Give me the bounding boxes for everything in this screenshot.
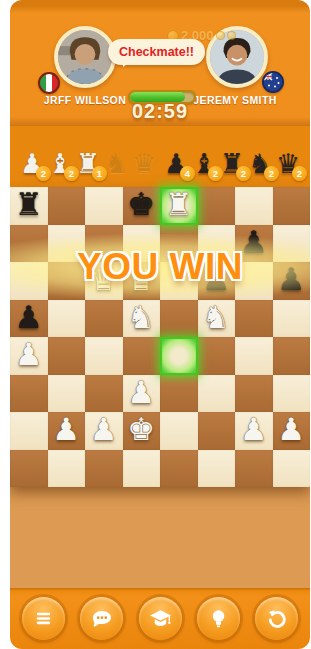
menu-button[interactable] (22, 597, 65, 640)
white-pawn: ♟ (15, 339, 43, 370)
white-rook: ♜ (165, 189, 193, 220)
square-c3[interactable] (85, 375, 123, 413)
white-pawn: ♟ (240, 414, 268, 445)
white-pawn: ♟ (277, 414, 305, 445)
australia-flag (262, 71, 284, 93)
black-king: ♚ (127, 189, 155, 220)
square-b6[interactable] (48, 262, 86, 300)
square-d8[interactable]: ♚ (123, 187, 161, 225)
square-f6[interactable]: ♟ (198, 262, 236, 300)
square-a2[interactable] (10, 412, 48, 450)
square-a5[interactable]: ♟ (10, 300, 48, 338)
captured-slot-black-queen: ♛2 (274, 140, 302, 178)
square-f1[interactable] (198, 450, 236, 488)
captured-slot-white-pawn: ♟2 (18, 140, 46, 178)
bottom-toolbar (10, 588, 310, 649)
square-e8[interactable]: ♜ (160, 187, 198, 225)
square-c2[interactable]: ♟ (85, 412, 123, 450)
black-rook: ♜ (15, 189, 43, 220)
hint-button[interactable] (197, 597, 240, 640)
white-knight: ♞ (202, 302, 230, 333)
square-b8[interactable] (48, 187, 86, 225)
square-g3[interactable] (235, 375, 273, 413)
square-b5[interactable] (48, 300, 86, 338)
square-h2[interactable]: ♟ (273, 412, 311, 450)
square-e3[interactable] (160, 375, 198, 413)
captured-slot-black-knight: ♞2 (246, 140, 274, 178)
square-c7[interactable] (85, 225, 123, 263)
square-a7[interactable] (10, 225, 48, 263)
coin-icon (216, 31, 225, 40)
captured-slot-white-bishop: ♝2 (46, 140, 74, 178)
square-g1[interactable] (235, 450, 273, 488)
white-pawn: ♟ (52, 414, 80, 445)
square-b3[interactable] (48, 375, 86, 413)
ghost-white-knight-icon: ♞ (104, 151, 128, 178)
square-g2[interactable]: ♟ (235, 412, 273, 450)
square-b4[interactable] (48, 337, 86, 375)
board-area: ♜♚♜♟♛♛♟♟♟♞♞♟♟♟♟♚♟♟ YOU WIN (10, 187, 310, 487)
coin-icon (227, 31, 236, 40)
captured-pieces-row: ♟2♝2♜1♞♛ ♟4♝2♜2♞2♛2 (10, 126, 310, 187)
square-g8[interactable] (235, 187, 273, 225)
square-b1[interactable] (48, 450, 86, 488)
square-b2[interactable]: ♟ (48, 412, 86, 450)
undo-button[interactable] (255, 597, 298, 640)
square-e1[interactable] (160, 450, 198, 488)
white-pawn: ♟ (90, 414, 118, 445)
chat-bubble-icon (90, 607, 114, 631)
italy-flag (38, 72, 60, 94)
square-h3[interactable] (273, 375, 311, 413)
square-h8[interactable] (273, 187, 311, 225)
ghost-white-queen-icon: ♛ (132, 151, 156, 178)
square-c5[interactable] (85, 300, 123, 338)
square-a4[interactable]: ♟ (10, 337, 48, 375)
captured-slot-white-rook: ♜1 (74, 140, 102, 178)
square-e5[interactable] (160, 300, 198, 338)
square-d7[interactable] (123, 225, 161, 263)
square-f2[interactable] (198, 412, 236, 450)
square-a8[interactable]: ♜ (10, 187, 48, 225)
square-g6[interactable] (235, 262, 273, 300)
square-e4[interactable] (160, 337, 198, 375)
timer-text: 02:59 (10, 100, 310, 123)
graduation-cap-icon (148, 606, 173, 631)
captured-slot-black-pawn: ♟4 (162, 140, 190, 178)
square-d2[interactable]: ♚ (123, 412, 161, 450)
black-pawn: ♟ (202, 264, 230, 295)
square-d3[interactable]: ♟ (123, 375, 161, 413)
square-g7[interactable]: ♟ (235, 225, 273, 263)
captured-slot-white-queen: ♛ (130, 140, 158, 178)
square-g5[interactable] (235, 300, 273, 338)
square-a3[interactable] (10, 375, 48, 413)
square-c1[interactable] (85, 450, 123, 488)
square-d6[interactable]: ♛ (123, 262, 161, 300)
square-c8[interactable] (85, 187, 123, 225)
square-d1[interactable] (123, 450, 161, 488)
captured-black-group: ♟4♝2♜2♞2♛2 (162, 140, 302, 178)
square-e6[interactable] (160, 262, 198, 300)
square-f7[interactable] (198, 225, 236, 263)
square-e2[interactable] (160, 412, 198, 450)
white-knight: ♞ (127, 302, 155, 333)
white-king: ♚ (127, 414, 155, 445)
black-pawn: ♟ (15, 302, 43, 333)
white-queen: ♛ (90, 264, 118, 295)
square-h4[interactable] (273, 337, 311, 375)
black-pawn: ♟ (277, 264, 305, 295)
lightbulb-icon (207, 607, 230, 630)
avatar-left-photo (58, 30, 112, 84)
square-a1[interactable] (10, 450, 48, 488)
header: 2,000 Checkmate!! JRFF WILLSON JEREMY SM… (10, 0, 310, 126)
square-h5[interactable] (273, 300, 311, 338)
chat-button[interactable] (80, 597, 123, 640)
square-e7[interactable] (160, 225, 198, 263)
white-pawn: ♟ (127, 377, 155, 408)
square-a6[interactable] (10, 262, 48, 300)
avatar-left-player (54, 26, 116, 88)
captured-slot-white-knight: ♞ (102, 140, 130, 178)
hamburger-icon (32, 607, 55, 630)
square-h1[interactable] (273, 450, 311, 488)
square-f3[interactable] (198, 375, 236, 413)
square-f8[interactable] (198, 187, 236, 225)
chess-board: ♜♚♜♟♛♛♟♟♟♞♞♟♟♟♟♚♟♟ (10, 187, 310, 487)
square-h7[interactable] (273, 225, 311, 263)
captured-slot-black-bishop: ♝2 (190, 140, 218, 178)
chess-app-screen: 2,000 Checkmate!! JRFF WILLSON JEREMY SM… (10, 0, 310, 649)
square-c4[interactable] (85, 337, 123, 375)
undo-arrow-icon (265, 607, 289, 631)
square-d4[interactable] (123, 337, 161, 375)
captured-count-badge: 2 (292, 166, 307, 181)
learn-button[interactable] (139, 597, 182, 640)
square-d5[interactable]: ♞ (123, 300, 161, 338)
checkmate-speech-bubble: Checkmate!! (108, 39, 205, 65)
square-f4[interactable] (198, 337, 236, 375)
square-f5[interactable]: ♞ (198, 300, 236, 338)
captured-slot-black-rook: ♜2 (218, 140, 246, 178)
square-h6[interactable]: ♟ (273, 262, 311, 300)
square-g4[interactable] (235, 337, 273, 375)
square-b7[interactable] (48, 225, 86, 263)
captured-white-group: ♟2♝2♜1♞♛ (18, 140, 158, 178)
lower-wood-panel (10, 487, 310, 588)
square-c6[interactable]: ♛ (85, 262, 123, 300)
white-queen: ♛ (127, 264, 155, 295)
black-pawn: ♟ (240, 227, 268, 258)
